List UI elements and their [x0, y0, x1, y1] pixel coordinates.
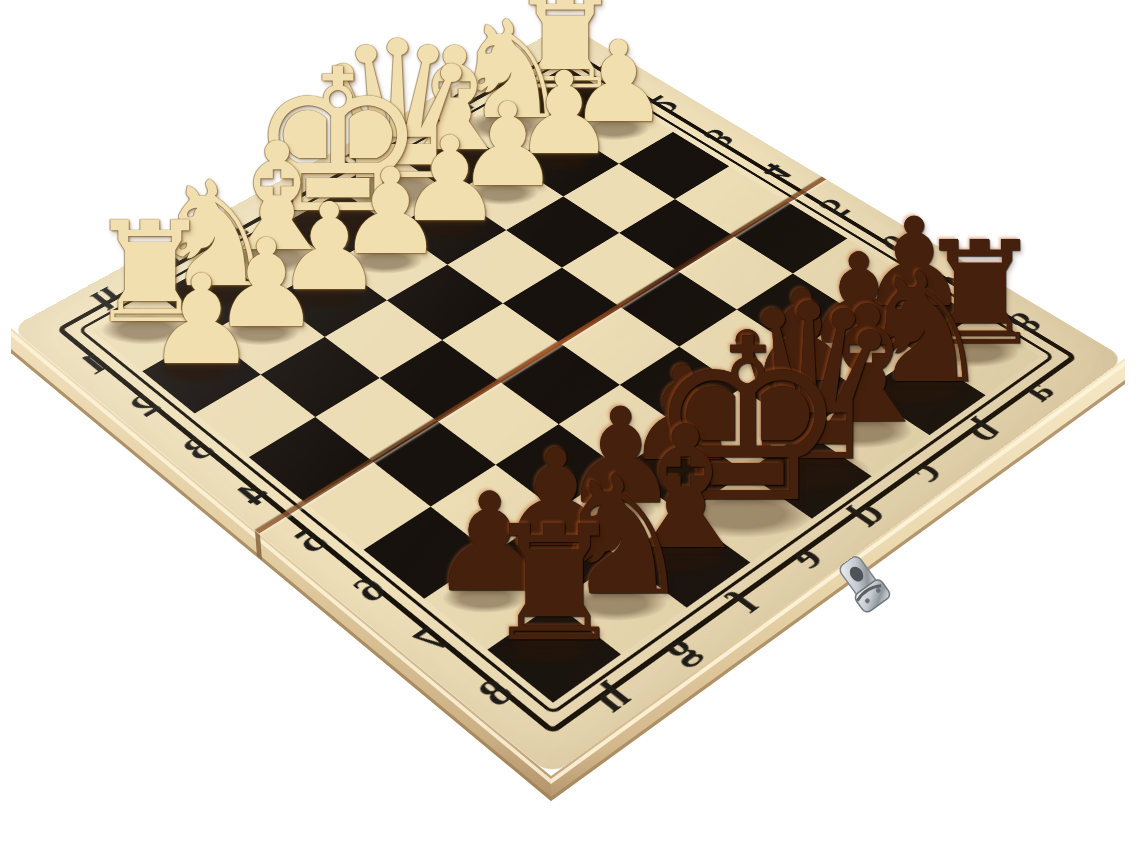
chess-set-photo: aa11bb22cc33dd44ee55ff66gg77hh88 ♜♞♟♝♟♛♟…	[0, 0, 1140, 855]
